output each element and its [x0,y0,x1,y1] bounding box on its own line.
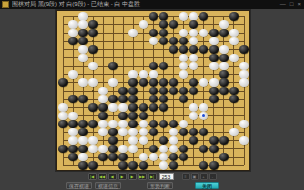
white-stone [78,136,88,144]
black-stone [88,29,98,37]
black-stone [149,12,159,20]
white-stone [219,45,229,53]
white-stone [68,136,78,144]
white-stone [128,70,138,78]
white-stone [68,20,78,28]
black-stone [108,128,118,136]
white-stone [118,128,128,136]
black-stone [78,161,88,169]
white-stone [98,95,108,103]
grid-line-vertical [203,16,204,165]
black-stone [219,87,229,95]
black-stone [159,29,169,37]
black-stone [179,45,189,53]
white-stone [139,20,149,28]
black-stone [68,120,78,128]
move-counter: 253 [159,173,174,180]
black-stone [139,161,149,169]
black-stone [179,37,189,45]
black-stone [128,95,138,103]
black-stone [229,87,239,95]
black-stone [219,136,229,144]
black-stone [139,103,149,111]
black-stone [68,37,78,45]
white-stone [179,62,189,70]
play-button[interactable]: ▶ [118,173,127,180]
black-stone [199,161,209,169]
grid-line-horizontal [63,115,244,116]
black-stone [128,87,138,95]
white-stone [139,153,149,161]
black-stone [169,78,179,86]
black-stone [88,161,98,169]
black-stone [68,145,78,153]
white-stone [159,161,169,169]
white-stone [199,29,209,37]
black-stone [219,78,229,86]
black-stone [98,153,108,161]
white-stone [169,128,179,136]
black-stone [199,128,209,136]
last-move-button[interactable]: ▶| [148,173,157,180]
black-stone [159,12,169,20]
white-stone [189,62,199,70]
white-stone [118,120,128,128]
black-stone [169,120,179,128]
forward-10-button[interactable]: ▶▶ [138,173,147,180]
black-stone [78,120,88,128]
white-stone [128,145,138,153]
app-icon [2,1,9,8]
star-point [92,40,94,42]
black-stone [209,161,219,169]
black-stone [189,45,199,53]
maximize-button[interactable]: □ [290,0,294,9]
white-stone [88,136,98,144]
black-stone [149,103,159,111]
black-stone [159,37,169,45]
black-stone [118,95,128,103]
black-stone [128,103,138,111]
white-stone [179,54,189,62]
black-stone [219,29,229,37]
record-info-button[interactable]: 棋谱信息 [95,182,121,189]
black-stone [128,112,138,120]
black-stone [209,54,219,62]
white-stone [219,62,229,70]
black-stone [149,120,159,128]
black-stone [98,103,108,111]
black-stone [159,78,169,86]
white-stone [229,37,239,45]
white-stone [209,62,219,70]
white-stone [189,103,199,111]
black-stone [159,136,169,144]
white-stone [179,12,189,20]
mark-button[interactable]: ▣ [191,173,199,180]
white-stone [68,70,78,78]
black-stone [68,153,78,161]
white-stone [229,29,239,37]
score-estimate-button[interactable]: 形势判断 [147,182,173,189]
white-stone [108,103,118,111]
black-stone [169,45,179,53]
black-stone [209,45,219,53]
white-stone [88,62,98,70]
white-stone [78,45,88,53]
black-stone [209,29,219,37]
white-stone [68,128,78,136]
black-stone [179,128,189,136]
white-stone [149,70,159,78]
forward-1-button[interactable]: ▶ [128,173,137,180]
white-stone [209,78,219,86]
branch-button[interactable]: ≡ [182,173,190,180]
save-record-button[interactable]: 保存棋谱 [66,182,92,189]
white-stone [219,20,229,28]
close-button[interactable]: × [297,0,301,9]
black-stone [179,95,189,103]
close-game-button[interactable]: 关闭 [195,182,219,189]
black-stone [149,62,159,70]
white-stone [98,120,108,128]
black-stone [209,136,219,144]
white-stone [159,153,169,161]
black-stone [209,95,219,103]
white-stone [118,103,128,111]
white-stone [128,29,138,37]
black-stone [179,153,189,161]
black-stone [189,136,199,144]
white-stone [139,120,149,128]
white-stone [98,128,108,136]
white-stone [239,70,249,78]
go-board[interactable] [56,10,250,171]
window-controls: — □ × [280,0,301,9]
black-stone [128,120,138,128]
white-stone [159,145,169,153]
white-stone [179,120,189,128]
back-1-button[interactable]: ◀ [108,173,117,180]
black-stone [219,54,229,62]
title-bar: 围棋对局 黑(9段) 对 白(9段) - 已结束 - 白 中盘胜 — □ × [0,0,304,9]
black-stone [159,20,169,28]
black-stone [118,153,128,161]
black-stone [169,20,179,28]
black-stone [209,145,219,153]
black-stone [179,87,189,95]
black-stone [78,95,88,103]
action-bar: 保存棋谱 棋谱信息 形势判断 关闭 [0,181,304,190]
white-stone [78,12,88,20]
black-stone [159,62,169,70]
white-stone [128,136,138,144]
white-stone [108,120,118,128]
black-stone [199,145,209,153]
white-stone [88,145,98,153]
black-stone [108,136,118,144]
white-stone [189,29,199,37]
black-stone [98,112,108,120]
white-stone [149,37,159,45]
white-stone [139,128,149,136]
white-stone [229,54,239,62]
white-stone [239,78,249,86]
white-stone [108,78,118,86]
white-stone [98,145,108,153]
white-stone [199,103,209,111]
black-stone [219,153,229,161]
black-stone [169,37,179,45]
black-stone [78,37,88,45]
black-stone [68,95,78,103]
white-stone [58,103,68,111]
black-stone [199,12,209,20]
window-title: 围棋对局 黑(9段) 对 白(9段) - 已结束 - 白 中盘胜 [12,0,280,9]
zoom-out-button[interactable]: - [209,173,217,180]
black-stone [199,45,209,53]
black-stone [78,145,88,153]
black-stone [169,87,179,95]
black-stone [149,29,159,37]
white-stone [179,70,189,78]
black-stone [118,161,128,169]
black-stone [189,87,199,95]
white-stone [139,70,149,78]
black-stone [139,78,149,86]
black-stone [118,87,128,95]
black-stone [88,45,98,53]
white-stone [189,12,199,20]
black-stone [108,62,118,70]
zoom-in-button[interactable]: + [200,173,208,180]
black-stone [189,128,199,136]
black-stone [78,128,88,136]
white-stone [239,136,249,144]
black-stone [108,145,118,153]
white-stone [118,145,128,153]
black-stone [58,78,68,86]
black-stone [58,145,68,153]
aux-button-group: ≡▣+- [182,173,217,180]
white-stone [78,20,88,28]
white-stone [88,78,98,86]
white-stone [179,29,189,37]
black-stone [189,20,199,28]
black-stone [159,95,169,103]
white-stone [189,54,199,62]
black-stone [239,45,249,53]
white-stone [139,136,149,144]
black-stone [149,78,159,86]
black-stone [169,153,179,161]
black-stone [189,78,199,86]
go-client-window: { "window": { "title": "围棋对局 黑(9段) 对 白(9… [0,0,304,190]
black-stone [58,120,68,128]
playback-bar: |◀◀◀◀▶▶▶▶▶| 253 ≡▣+- [0,172,304,180]
black-stone [118,112,128,120]
black-stone [139,112,149,120]
white-stone [239,120,249,128]
black-stone [209,87,219,95]
white-stone [169,136,179,144]
black-stone [108,153,118,161]
minimize-button[interactable]: — [280,0,286,9]
white-stone [78,78,88,86]
star-point [92,90,94,92]
black-stone [219,70,229,78]
black-stone [128,161,138,169]
white-stone [189,37,199,45]
white-stone [98,87,108,95]
white-stone [149,153,159,161]
back-10-button[interactable]: ◀◀ [98,173,107,180]
black-stone [149,95,159,103]
black-stone [108,95,118,103]
white-stone [239,62,249,70]
black-stone [159,87,169,95]
black-stone [159,120,169,128]
white-stone [229,128,239,136]
black-stone [149,145,159,153]
white-stone [68,112,78,120]
white-stone [169,145,179,153]
white-stone [58,112,68,120]
black-stone [149,128,159,136]
white-stone [209,37,219,45]
black-stone [128,78,138,86]
white-stone [199,78,209,86]
white-stone [78,54,88,62]
white-stone [128,128,138,136]
white-stone [68,29,78,37]
black-stone [229,95,239,103]
black-stone [159,103,169,111]
black-stone [149,87,159,95]
black-stone [88,20,98,28]
white-stone [189,112,199,120]
black-stone [179,145,189,153]
white-stone [78,153,88,161]
black-stone [169,161,179,169]
black-stone [88,120,98,128]
black-stone [78,29,88,37]
black-stone [88,103,98,111]
black-stone [229,12,239,20]
first-move-button[interactable]: |◀ [88,173,97,180]
